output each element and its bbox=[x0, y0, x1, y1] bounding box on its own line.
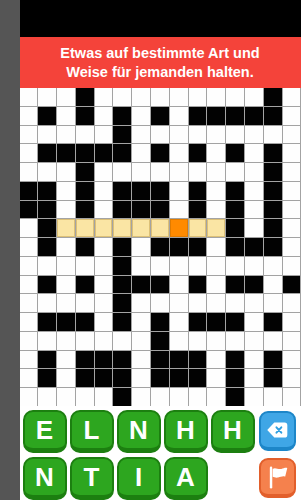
cell-r1c1[interactable] bbox=[20, 88, 38, 106]
cell-r16c10 bbox=[189, 369, 207, 387]
cell-r17c11[interactable] bbox=[207, 388, 225, 406]
cell-r9c12 bbox=[226, 238, 244, 256]
cell-r4c7[interactable] bbox=[132, 144, 150, 162]
letter-tile-row2-1-N[interactable]: N bbox=[23, 457, 67, 500]
cell-r16c3[interactable] bbox=[57, 369, 75, 387]
cell-r7c9[interactable] bbox=[170, 201, 188, 219]
cell-r12c6 bbox=[113, 294, 131, 312]
cell-r14c10[interactable] bbox=[189, 332, 207, 350]
cell-r6c10 bbox=[189, 182, 207, 200]
cell-r10c14[interactable] bbox=[264, 257, 282, 275]
cell-r4c11[interactable] bbox=[207, 144, 225, 162]
cell-r12c15[interactable] bbox=[283, 294, 301, 312]
cell-r13c14 bbox=[264, 313, 282, 331]
cell-r10c2[interactable] bbox=[38, 257, 56, 275]
cell-r16c8 bbox=[151, 369, 169, 387]
cell-r10c11[interactable] bbox=[207, 257, 225, 275]
cell-r14c9[interactable] bbox=[170, 332, 188, 350]
cell-r9c2 bbox=[38, 238, 56, 256]
cell-r10c6 bbox=[113, 257, 131, 275]
cell-r1c15[interactable] bbox=[283, 88, 301, 106]
clue-banner: Etwas auf bestimmte Art und Weise für je… bbox=[20, 37, 301, 88]
cell-r15c11[interactable] bbox=[207, 351, 225, 369]
cell-r15c2 bbox=[38, 351, 56, 369]
cell-r3c7[interactable] bbox=[132, 126, 150, 144]
cell-r2c10 bbox=[189, 107, 207, 125]
cell-r2c15[interactable] bbox=[283, 107, 301, 125]
cell-r3c4[interactable] bbox=[76, 126, 94, 144]
cell-r8c10[interactable] bbox=[189, 219, 207, 237]
cell-r12c14[interactable] bbox=[264, 294, 282, 312]
cell-r9c13 bbox=[245, 238, 263, 256]
cell-r7c3[interactable] bbox=[57, 201, 75, 219]
cell-r17c14[interactable] bbox=[264, 388, 282, 406]
cell-r13c9[interactable] bbox=[170, 313, 188, 331]
cell-r15c10 bbox=[189, 351, 207, 369]
cell-r5c1[interactable] bbox=[20, 163, 38, 181]
cell-r12c12[interactable] bbox=[226, 294, 244, 312]
cell-r3c5[interactable] bbox=[95, 126, 113, 144]
crossword-grid bbox=[20, 88, 301, 406]
cell-r2c1[interactable] bbox=[20, 107, 38, 125]
cell-r17c5[interactable] bbox=[95, 388, 113, 406]
cell-r17c1[interactable] bbox=[20, 388, 38, 406]
cell-r5c13[interactable] bbox=[245, 163, 263, 181]
cell-r1c14 bbox=[264, 88, 282, 106]
cell-r9c14 bbox=[264, 238, 282, 256]
cell-r10c3[interactable] bbox=[57, 257, 75, 275]
cell-r14c4[interactable] bbox=[76, 332, 94, 350]
cell-r9c5[interactable] bbox=[95, 238, 113, 256]
cell-r15c1[interactable] bbox=[20, 351, 38, 369]
cell-r9c4 bbox=[76, 238, 94, 256]
cell-r5c6[interactable] bbox=[113, 163, 131, 181]
cell-r3c12[interactable] bbox=[226, 126, 244, 144]
cell-r12c4[interactable] bbox=[76, 294, 94, 312]
cell-r12c13[interactable] bbox=[245, 294, 263, 312]
cell-r9c15[interactable] bbox=[283, 238, 301, 256]
cell-r6c9[interactable] bbox=[170, 182, 188, 200]
cell-r13c4 bbox=[76, 313, 94, 331]
cell-r6c2 bbox=[38, 182, 56, 200]
cell-r15c14 bbox=[264, 351, 282, 369]
cell-r1c11[interactable] bbox=[207, 88, 225, 106]
cell-r3c10[interactable] bbox=[189, 126, 207, 144]
cell-r6c6 bbox=[113, 182, 131, 200]
cell-r6c12 bbox=[226, 182, 244, 200]
letter-tile-row1-3-N[interactable]: N bbox=[117, 410, 161, 453]
cell-r16c13[interactable] bbox=[245, 369, 263, 387]
cell-r16c11[interactable] bbox=[207, 369, 225, 387]
cell-r17c7[interactable] bbox=[132, 388, 150, 406]
cell-r13c15[interactable] bbox=[283, 313, 301, 331]
cell-r5c11[interactable] bbox=[207, 163, 225, 181]
cell-r5c5[interactable] bbox=[95, 163, 113, 181]
cell-r13c8 bbox=[151, 313, 169, 331]
cell-r16c4 bbox=[76, 369, 94, 387]
cell-r15c12 bbox=[226, 351, 244, 369]
cell-r15c3[interactable] bbox=[57, 351, 75, 369]
cell-r14c3[interactable] bbox=[57, 332, 75, 350]
cell-r13c5[interactable] bbox=[95, 313, 113, 331]
cell-r2c9[interactable] bbox=[170, 107, 188, 125]
cell-r3c8[interactable] bbox=[151, 126, 169, 144]
cell-r6c13[interactable] bbox=[245, 182, 263, 200]
cell-r2c13 bbox=[245, 107, 263, 125]
cell-r14c8 bbox=[151, 332, 169, 350]
tile-row-1: ELNHH bbox=[23, 410, 255, 453]
cell-r12c8[interactable] bbox=[151, 294, 169, 312]
cell-r8c7[interactable] bbox=[132, 219, 150, 237]
cell-r15c15[interactable] bbox=[283, 351, 301, 369]
cell-r5c8[interactable] bbox=[151, 163, 169, 181]
cell-r16c9 bbox=[170, 369, 188, 387]
cell-r8c2 bbox=[38, 219, 56, 237]
cell-r8c14 bbox=[264, 219, 282, 237]
cell-r9c1[interactable] bbox=[20, 238, 38, 256]
cell-r16c6 bbox=[113, 369, 131, 387]
cell-r5c15[interactable] bbox=[283, 163, 301, 181]
cell-r10c12[interactable] bbox=[226, 257, 244, 275]
cell-r11c13 bbox=[245, 276, 263, 294]
backspace-button[interactable] bbox=[259, 411, 296, 451]
cell-r17c12 bbox=[226, 388, 244, 406]
cell-r7c8 bbox=[151, 201, 169, 219]
cell-r1c4 bbox=[76, 88, 94, 106]
cell-r14c5[interactable] bbox=[95, 332, 113, 350]
cell-r11c5[interactable] bbox=[95, 276, 113, 294]
cell-r10c10[interactable] bbox=[189, 257, 207, 275]
cell-r1c9[interactable] bbox=[170, 88, 188, 106]
cell-r13c13[interactable] bbox=[245, 313, 263, 331]
cell-r2c2 bbox=[38, 107, 56, 125]
tile-row-2: NTIA bbox=[23, 457, 208, 500]
cell-r13c10 bbox=[189, 313, 207, 331]
cell-r5c3[interactable] bbox=[57, 163, 75, 181]
cell-r11c11[interactable] bbox=[207, 276, 225, 294]
cell-r9c10 bbox=[189, 238, 207, 256]
cell-r11c2 bbox=[38, 276, 56, 294]
cell-r16c2 bbox=[38, 369, 56, 387]
cell-r15c7[interactable] bbox=[132, 351, 150, 369]
cell-r16c1[interactable] bbox=[20, 369, 38, 387]
cell-r2c5[interactable] bbox=[95, 107, 113, 125]
cell-r2c12 bbox=[226, 107, 244, 125]
cell-r10c15[interactable] bbox=[283, 257, 301, 275]
cell-r14c13[interactable] bbox=[245, 332, 263, 350]
cell-r7c7 bbox=[132, 201, 150, 219]
letter-tray: ELNHH NTIA bbox=[20, 406, 301, 500]
cell-r14c2[interactable] bbox=[38, 332, 56, 350]
cell-r9c6 bbox=[113, 238, 131, 256]
cell-r3c1[interactable] bbox=[20, 126, 38, 144]
cell-r4c12 bbox=[226, 144, 244, 162]
cell-r12c9[interactable] bbox=[170, 294, 188, 312]
cell-r17c2[interactable] bbox=[38, 388, 56, 406]
cell-r15c13[interactable] bbox=[245, 351, 263, 369]
letter-tile-row1-4-H[interactable]: H bbox=[164, 410, 208, 453]
cell-r13c7[interactable] bbox=[132, 313, 150, 331]
cell-r7c13[interactable] bbox=[245, 201, 263, 219]
letter-tile-row1-5-H[interactable]: H bbox=[211, 410, 255, 453]
cell-r4c3 bbox=[57, 144, 75, 162]
clue-line-1: Etwas auf bestimmte Art und bbox=[60, 44, 259, 63]
cell-r10c9[interactable] bbox=[170, 257, 188, 275]
cell-r11c8 bbox=[151, 276, 169, 294]
cell-r10c7[interactable] bbox=[132, 257, 150, 275]
cell-r4c6 bbox=[113, 144, 131, 162]
cell-r1c13[interactable] bbox=[245, 88, 263, 106]
cell-r8c4[interactable] bbox=[76, 219, 94, 237]
cell-r5c7[interactable] bbox=[132, 163, 150, 181]
cell-r6c15[interactable] bbox=[283, 182, 301, 200]
cell-r3c3[interactable] bbox=[57, 126, 75, 144]
cell-r8c6[interactable] bbox=[113, 219, 131, 237]
cell-r7c11[interactable] bbox=[207, 201, 225, 219]
cell-r11c6 bbox=[113, 276, 131, 294]
cell-r11c1[interactable] bbox=[20, 276, 38, 294]
cell-r17c9[interactable] bbox=[170, 388, 188, 406]
cell-r4c2 bbox=[38, 144, 56, 162]
cell-r5c12[interactable] bbox=[226, 163, 244, 181]
cell-r14c14[interactable] bbox=[264, 332, 282, 350]
app-screen: Etwas auf bestimmte Art und Weise für je… bbox=[20, 0, 301, 500]
cell-r1c6[interactable] bbox=[113, 88, 131, 106]
cell-r13c3 bbox=[57, 313, 75, 331]
cell-r10c13[interactable] bbox=[245, 257, 263, 275]
clue-line-2: Weise für jemanden halten. bbox=[66, 63, 253, 82]
cell-r8c3[interactable] bbox=[57, 219, 75, 237]
cell-r7c12 bbox=[226, 201, 244, 219]
cell-r1c8[interactable] bbox=[151, 88, 169, 106]
cell-r4c5 bbox=[95, 144, 113, 162]
cell-r6c8 bbox=[151, 182, 169, 200]
cell-r2c7[interactable] bbox=[132, 107, 150, 125]
cell-r7c6 bbox=[113, 201, 131, 219]
cell-r16c7[interactable] bbox=[132, 369, 150, 387]
cell-r9c8 bbox=[151, 238, 169, 256]
cell-r4c1[interactable] bbox=[20, 144, 38, 162]
cell-r2c6 bbox=[113, 107, 131, 125]
cell-r12c11[interactable] bbox=[207, 294, 225, 312]
cell-r11c15 bbox=[283, 276, 301, 294]
cell-r17c10[interactable] bbox=[189, 388, 207, 406]
cell-r7c15[interactable] bbox=[283, 201, 301, 219]
cell-r3c2[interactable] bbox=[38, 126, 56, 144]
cell-r6c5[interactable] bbox=[95, 182, 113, 200]
cell-r9c7[interactable] bbox=[132, 238, 150, 256]
cell-r17c13[interactable] bbox=[245, 388, 263, 406]
cell-r15c8 bbox=[151, 351, 169, 369]
cell-r4c4 bbox=[76, 144, 94, 162]
cell-r14c1[interactable] bbox=[20, 332, 38, 350]
letter-tile-row2-2-T[interactable]: T bbox=[70, 457, 114, 500]
cell-r7c5[interactable] bbox=[95, 201, 113, 219]
cell-r5c14 bbox=[264, 163, 282, 181]
cell-r12c2[interactable] bbox=[38, 294, 56, 312]
flag-button[interactable] bbox=[259, 458, 296, 498]
cell-r3c15[interactable] bbox=[283, 126, 301, 144]
cell-r12c1[interactable] bbox=[20, 294, 38, 312]
cell-r8c11[interactable] bbox=[207, 219, 225, 237]
cell-r3c11[interactable] bbox=[207, 126, 225, 144]
cell-r10c4[interactable] bbox=[76, 257, 94, 275]
cell-r8c15[interactable] bbox=[283, 219, 301, 237]
cell-r2c3[interactable] bbox=[57, 107, 75, 125]
cell-r13c1[interactable] bbox=[20, 313, 38, 331]
cell-r17c6 bbox=[113, 388, 131, 406]
cell-r7c2 bbox=[38, 201, 56, 219]
cell-r13c6 bbox=[113, 313, 131, 331]
cell-r15c5 bbox=[95, 351, 113, 369]
cell-r11c14[interactable] bbox=[264, 276, 282, 294]
cell-r2c8 bbox=[151, 107, 169, 125]
cell-r16c14 bbox=[264, 369, 282, 387]
cell-r15c6 bbox=[113, 351, 131, 369]
cell-r1c10[interactable] bbox=[189, 88, 207, 106]
cell-r5c4 bbox=[76, 163, 94, 181]
backspace-icon bbox=[264, 417, 290, 443]
cell-r4c10 bbox=[189, 144, 207, 162]
cell-r8c9[interactable] bbox=[170, 219, 188, 237]
cell-r17c4[interactable] bbox=[76, 388, 94, 406]
cell-r8c1[interactable] bbox=[20, 219, 38, 237]
cell-r4c8 bbox=[151, 144, 169, 162]
cell-r7c10 bbox=[189, 201, 207, 219]
cell-r13c2 bbox=[38, 313, 56, 331]
cell-r11c3[interactable] bbox=[57, 276, 75, 294]
cell-r10c8[interactable] bbox=[151, 257, 169, 275]
cell-r14c12[interactable] bbox=[226, 332, 244, 350]
cell-r11c4 bbox=[76, 276, 94, 294]
cell-r16c12 bbox=[226, 369, 244, 387]
cell-r6c1 bbox=[20, 182, 38, 200]
cell-r11c10 bbox=[189, 276, 207, 294]
cell-r4c13[interactable] bbox=[245, 144, 263, 162]
cell-r2c4 bbox=[76, 107, 94, 125]
cell-r14c7[interactable] bbox=[132, 332, 150, 350]
flag-icon bbox=[264, 464, 290, 490]
cell-r17c3[interactable] bbox=[57, 388, 75, 406]
cell-r15c4 bbox=[76, 351, 94, 369]
cell-r14c11[interactable] bbox=[207, 332, 225, 350]
cell-r14c6[interactable] bbox=[113, 332, 131, 350]
cell-r13c12 bbox=[226, 313, 244, 331]
cell-r6c11[interactable] bbox=[207, 182, 225, 200]
cell-r11c9[interactable] bbox=[170, 276, 188, 294]
cell-r11c12 bbox=[226, 276, 244, 294]
cell-r17c8[interactable] bbox=[151, 388, 169, 406]
cell-r6c7 bbox=[132, 182, 150, 200]
cell-r9c11[interactable] bbox=[207, 238, 225, 256]
cell-r16c15[interactable] bbox=[283, 369, 301, 387]
status-bar bbox=[20, 0, 301, 37]
cell-r8c13[interactable] bbox=[245, 219, 263, 237]
cell-r8c5[interactable] bbox=[95, 219, 113, 237]
cell-r7c1 bbox=[20, 201, 38, 219]
cell-r5c10[interactable] bbox=[189, 163, 207, 181]
cell-r4c9[interactable] bbox=[170, 144, 188, 162]
cell-r16c5 bbox=[95, 369, 113, 387]
cell-r1c12[interactable] bbox=[226, 88, 244, 106]
letter-tile-row2-4-A[interactable]: A bbox=[164, 457, 208, 500]
cell-r8c12 bbox=[226, 219, 244, 237]
cell-r10c5[interactable] bbox=[95, 257, 113, 275]
cell-r11c7 bbox=[132, 276, 150, 294]
cell-r2c14 bbox=[264, 107, 282, 125]
cell-r12c3[interactable] bbox=[57, 294, 75, 312]
cell-r3c14[interactable] bbox=[264, 126, 282, 144]
cell-r4c15[interactable] bbox=[283, 144, 301, 162]
cell-r2c11 bbox=[207, 107, 225, 125]
cell-r6c4 bbox=[76, 182, 94, 200]
cell-r1c2[interactable] bbox=[38, 88, 56, 106]
cell-r12c5[interactable] bbox=[95, 294, 113, 312]
cell-r4c14 bbox=[264, 144, 282, 162]
letter-tile-row1-2-L[interactable]: L bbox=[70, 410, 114, 453]
cell-r3c9[interactable] bbox=[170, 126, 188, 144]
cell-r6c3[interactable] bbox=[57, 182, 75, 200]
cell-r15c9 bbox=[170, 351, 188, 369]
letter-tile-row1-1-E[interactable]: E bbox=[23, 410, 67, 453]
cell-r3c6 bbox=[113, 126, 131, 144]
cell-r5c2[interactable] bbox=[38, 163, 56, 181]
cell-r3c13[interactable] bbox=[245, 126, 263, 144]
cell-r17c15[interactable] bbox=[283, 388, 301, 406]
cell-r1c5[interactable] bbox=[95, 88, 113, 106]
letter-tile-row2-3-I[interactable]: I bbox=[117, 457, 161, 500]
cell-r9c3[interactable] bbox=[57, 238, 75, 256]
cell-r14c15[interactable] bbox=[283, 332, 301, 350]
cell-r5c9[interactable] bbox=[170, 163, 188, 181]
cell-r12c10[interactable] bbox=[189, 294, 207, 312]
cell-r7c4 bbox=[76, 201, 94, 219]
cell-r12c7[interactable] bbox=[132, 294, 150, 312]
cell-r9c9 bbox=[170, 238, 188, 256]
cell-r7c14 bbox=[264, 201, 282, 219]
cell-r1c7[interactable] bbox=[132, 88, 150, 106]
cell-r6c14 bbox=[264, 182, 282, 200]
cell-r13c11 bbox=[207, 313, 225, 331]
cell-r10c1[interactable] bbox=[20, 257, 38, 275]
cell-r8c8[interactable] bbox=[151, 219, 169, 237]
cell-r1c3[interactable] bbox=[57, 88, 75, 106]
